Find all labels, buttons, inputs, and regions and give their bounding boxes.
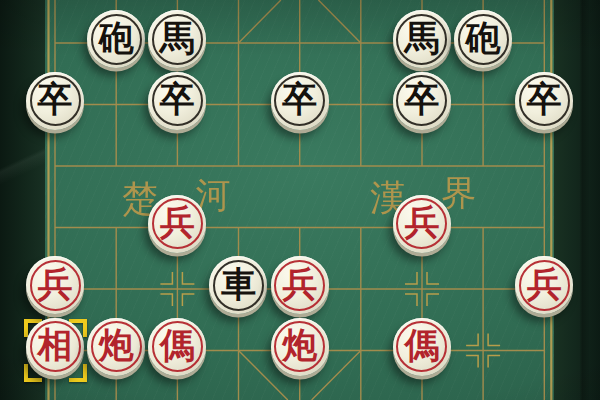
piece-black-cannon-b2[interactable]: 砲: [86, 12, 147, 74]
piece-black-soldier-i3[interactable]: 卒: [514, 74, 575, 136]
piece-red-soldier-c5[interactable]: 兵: [147, 197, 208, 259]
piece-black-chariot-d6[interactable]: 車: [208, 258, 269, 320]
piece-red-elephant-a7[interactable]: 相: [25, 320, 86, 382]
xiangqi-screenshot: 楚 河 漢 界 砲 馬 馬 砲 卒 卒 卒 卒 卒 兵 兵 兵 車 兵 兵: [0, 0, 600, 400]
piece-black-soldier-c3[interactable]: 卒: [147, 74, 208, 136]
piece-black-soldier-g3[interactable]: 卒: [391, 74, 452, 136]
piece-red-soldier-a6[interactable]: 兵: [25, 258, 86, 320]
piece-red-cannon-b7[interactable]: 炮: [86, 320, 147, 382]
piece-black-cannon-h2[interactable]: 砲: [452, 12, 513, 74]
piece-grid: 砲 馬 馬 砲 卒 卒 卒 卒 卒 兵 兵 兵 車 兵 兵 相 炮 傌 炮 傌: [25, 0, 575, 400]
piece-red-soldier-g5[interactable]: 兵: [391, 197, 452, 259]
piece-black-horse-c2[interactable]: 馬: [147, 12, 208, 74]
piece-black-soldier-a3[interactable]: 卒: [25, 74, 86, 136]
piece-red-horse-c7[interactable]: 傌: [147, 320, 208, 382]
piece-red-cannon-e7[interactable]: 炮: [269, 320, 330, 382]
piece-red-soldier-i6[interactable]: 兵: [514, 258, 575, 320]
piece-red-horse-g7[interactable]: 傌: [391, 320, 452, 382]
piece-red-soldier-e6[interactable]: 兵: [269, 258, 330, 320]
piece-black-soldier-e3[interactable]: 卒: [269, 74, 330, 136]
piece-black-horse-g2[interactable]: 馬: [391, 12, 452, 74]
